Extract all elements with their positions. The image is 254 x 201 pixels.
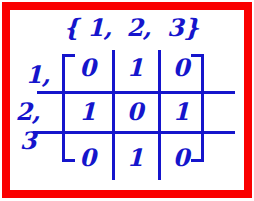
matrix-cell-r3c2: 1 <box>112 136 158 180</box>
matrix-cell-r1c1: 0 <box>63 48 112 88</box>
matrix-cell-r3c1: 0 <box>63 136 112 180</box>
row-label-1: 1, <box>25 63 50 87</box>
matrix-cell-r2c3: 1 <box>158 92 204 132</box>
column-header-2: 2, <box>126 16 151 40</box>
matrix-cell-r1c2: 1 <box>112 48 158 88</box>
matrix-cell-r3c3: 0 <box>158 136 204 180</box>
matrix-grid: 0 1 0 1 0 1 0 1 0 <box>63 52 204 176</box>
matrix-diagram: { 1, 2, 3} 1, 2, 3 0 1 0 1 0 1 0 1 0 <box>0 0 254 201</box>
column-header-3-brace: 3} <box>167 16 199 40</box>
matrix-cell-r1c3: 0 <box>158 48 204 88</box>
row-label-2: 2, <box>15 100 40 124</box>
matrix-cell-r2c1: 1 <box>63 92 112 132</box>
matrix-cell-r2c2: 0 <box>112 92 158 132</box>
column-header-brace-1: { 1, <box>64 16 113 40</box>
